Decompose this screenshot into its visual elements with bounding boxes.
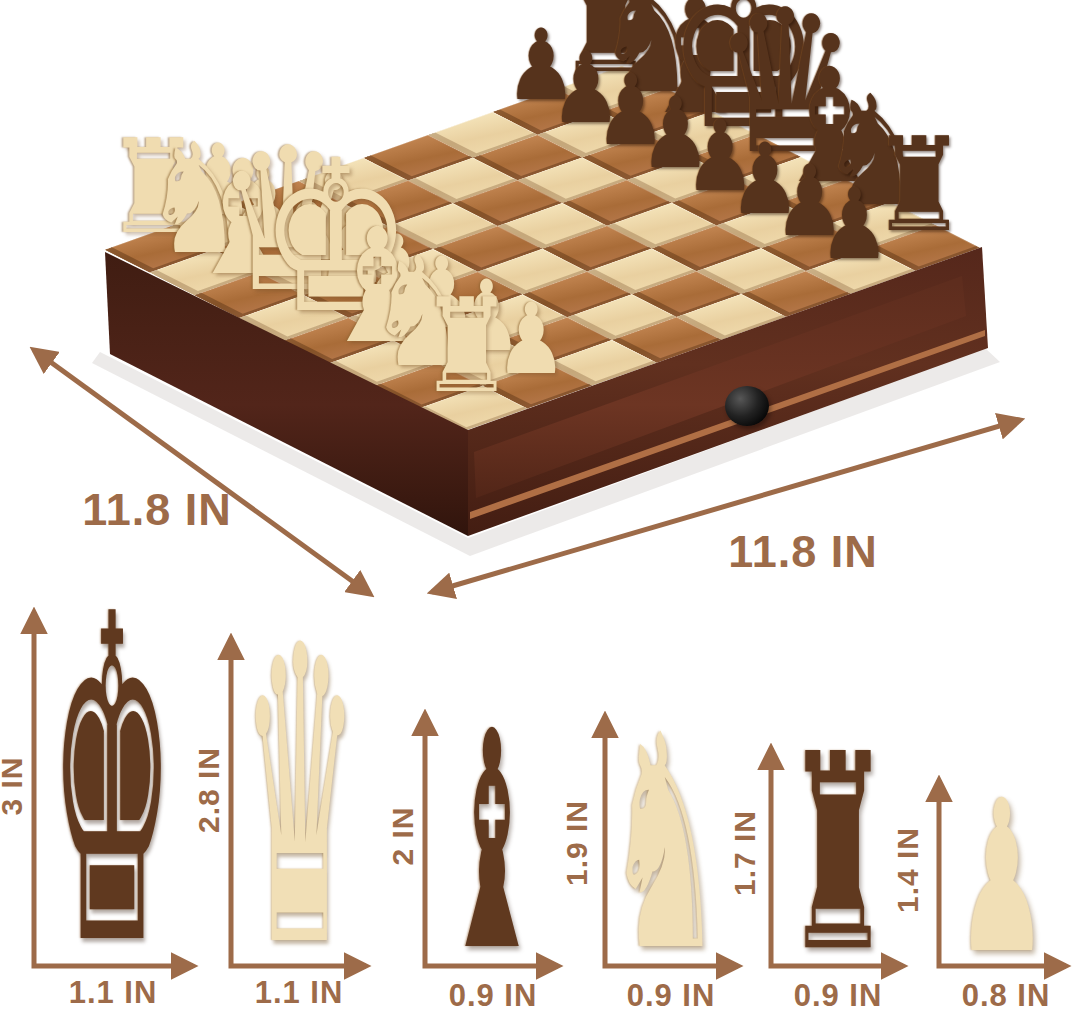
knight-glyph: ♞: [598, 726, 731, 962]
board-width-label: 11.8 IN: [57, 484, 257, 536]
knight-height-label: 1.9 IN: [560, 773, 594, 913]
size-chart-king: ♚: [42, 602, 182, 962]
pawn-height-label: 1.4 IN: [891, 800, 925, 940]
knight-width-label: 0.9 IN: [591, 978, 751, 1012]
pawn-width-label: 0.8 IN: [926, 978, 1080, 1012]
queen-width-label: 1.1 IN: [219, 975, 379, 1011]
rook-width-label: 0.9 IN: [758, 978, 918, 1012]
rook-glyph: ♜: [780, 746, 896, 962]
drawer-knob-icon: [725, 386, 769, 426]
bishop-glyph: ♝: [435, 722, 549, 962]
product-photo: ♜♞♝♚♛♝♞♜♟♟♟♟♟♟♟♟♟♟♟♟♟♟♟♟♜♞♝♛♚♝♞♜ 11.8 IN…: [0, 0, 1080, 1012]
king-glyph: ♚: [42, 602, 182, 962]
piece-white-rook: ♜: [393, 281, 541, 411]
queen-glyph: ♛: [234, 634, 365, 962]
bishop-width-label: 0.9 IN: [413, 978, 573, 1012]
board-depth-label: 11.8 IN: [703, 526, 903, 578]
pawn-glyph: ♟: [951, 794, 1054, 962]
piece-black-pawn: ♟: [781, 175, 929, 273]
king-width-label: 1.1 IN: [33, 975, 193, 1011]
king-height-label: 3 IN: [0, 716, 29, 856]
size-chart-rook: ♜: [780, 746, 896, 962]
queen-height-label: 2.8 IN: [192, 720, 226, 860]
size-chart-queen: ♛: [234, 634, 365, 962]
size-chart-knight: ♞: [598, 726, 731, 962]
bishop-height-label: 2 IN: [386, 766, 420, 906]
size-chart-pawn: ♟: [951, 794, 1054, 962]
rook-height-label: 1.7 IN: [728, 783, 762, 923]
size-chart-bishop: ♝: [435, 722, 549, 962]
